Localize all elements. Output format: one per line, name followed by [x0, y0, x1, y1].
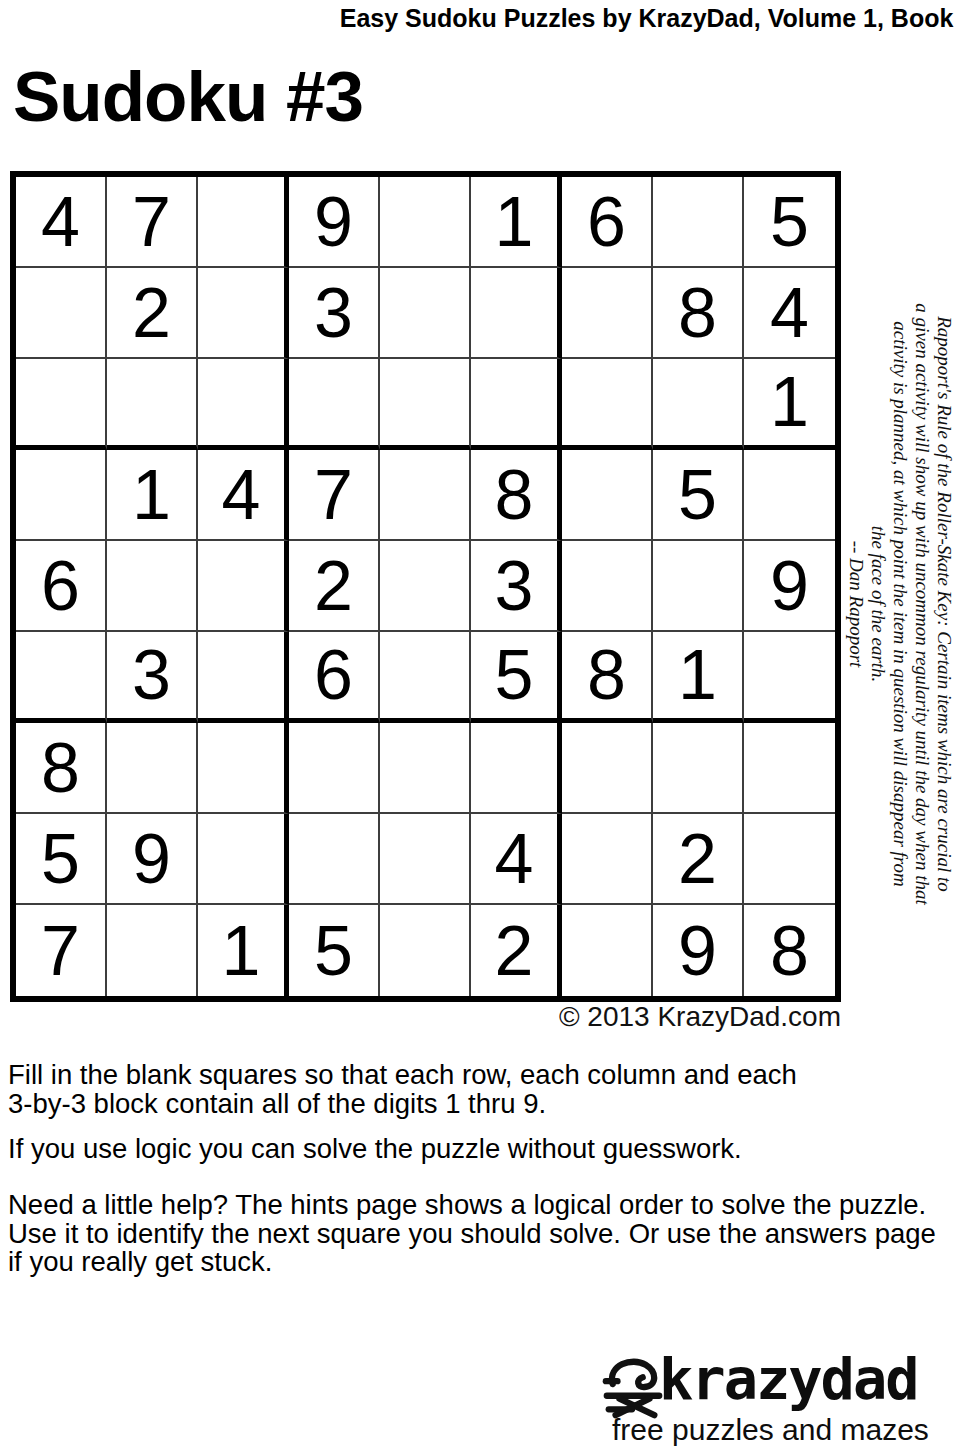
cell-r3c1[interactable] — [16, 359, 107, 450]
cell-r4c2[interactable]: 1 — [107, 450, 198, 541]
krazydad-logo-text: krazydad — [659, 1347, 918, 1411]
cell-r3c5[interactable] — [380, 359, 471, 450]
cell-r3c8[interactable] — [653, 359, 744, 450]
cell-r8c9[interactable] — [744, 814, 835, 905]
cell-r6c1[interactable] — [16, 632, 107, 723]
cell-r8c7[interactable] — [562, 814, 653, 905]
cell-r7c3[interactable] — [198, 723, 289, 814]
cell-r9c5[interactable] — [380, 905, 471, 996]
cell-r1c4[interactable]: 9 — [289, 177, 380, 268]
cell-r8c5[interactable] — [380, 814, 471, 905]
cell-r7c9[interactable] — [744, 723, 835, 814]
krazydad-stick-figure-icon — [599, 1355, 667, 1419]
cell-r4c5[interactable] — [380, 450, 471, 541]
sudoku-board: 479165238411478562393658185942715298 — [10, 171, 841, 1002]
cell-r7c6[interactable] — [471, 723, 562, 814]
cell-r8c2[interactable]: 9 — [107, 814, 198, 905]
cell-r8c1[interactable]: 5 — [16, 814, 107, 905]
cell-r4c8[interactable]: 5 — [653, 450, 744, 541]
cell-r1c3[interactable] — [198, 177, 289, 268]
cell-r5c6[interactable]: 3 — [471, 541, 562, 632]
cell-r5c8[interactable] — [653, 541, 744, 632]
cell-r1c2[interactable]: 7 — [107, 177, 198, 268]
cell-r5c7[interactable] — [562, 541, 653, 632]
cell-r8c6[interactable]: 4 — [471, 814, 562, 905]
cell-r7c7[interactable] — [562, 723, 653, 814]
cell-r7c4[interactable] — [289, 723, 380, 814]
cell-r1c1[interactable]: 4 — [16, 177, 107, 268]
cell-r5c4[interactable]: 2 — [289, 541, 380, 632]
cell-r8c4[interactable] — [289, 814, 380, 905]
book-title: Easy Sudoku Puzzles by KrazyDad, Volume … — [340, 4, 960, 33]
cell-r7c1[interactable]: 8 — [16, 723, 107, 814]
cell-r6c7[interactable]: 8 — [562, 632, 653, 723]
cell-r4c3[interactable]: 4 — [198, 450, 289, 541]
cell-r2c4[interactable]: 3 — [289, 268, 380, 359]
cell-r2c2[interactable]: 2 — [107, 268, 198, 359]
sudoku-page: Easy Sudoku Puzzles by KrazyDad, Volume … — [0, 0, 960, 1452]
cell-r7c5[interactable] — [380, 723, 471, 814]
cell-r3c6[interactable] — [471, 359, 562, 450]
cell-r5c2[interactable] — [107, 541, 198, 632]
cell-r5c9[interactable]: 9 — [744, 541, 835, 632]
cell-r2c8[interactable]: 8 — [653, 268, 744, 359]
cell-r2c9[interactable]: 4 — [744, 268, 835, 359]
cell-r9c4[interactable]: 5 — [289, 905, 380, 996]
copyright-notice: © 2013 KrazyDad.com — [10, 1001, 841, 1033]
cell-r9c3[interactable]: 1 — [198, 905, 289, 996]
cell-r6c6[interactable]: 5 — [471, 632, 562, 723]
cell-r2c7[interactable] — [562, 268, 653, 359]
cell-r3c7[interactable] — [562, 359, 653, 450]
instructions-logic: If you use logic you can solve the puzzl… — [8, 1135, 742, 1164]
cell-r6c3[interactable] — [198, 632, 289, 723]
cell-r1c7[interactable]: 6 — [562, 177, 653, 268]
margin-quote: Rapoport's Rule of the Roller-Skate Key:… — [845, 258, 955, 950]
cell-r4c7[interactable] — [562, 450, 653, 541]
cell-r8c3[interactable] — [198, 814, 289, 905]
cell-r3c3[interactable] — [198, 359, 289, 450]
cell-r9c6[interactable]: 2 — [471, 905, 562, 996]
cell-r9c8[interactable]: 9 — [653, 905, 744, 996]
instructions-hints: Need a little help? The hints page shows… — [8, 1191, 936, 1277]
cell-r3c2[interactable] — [107, 359, 198, 450]
cell-r9c1[interactable]: 7 — [16, 905, 107, 996]
cell-r7c2[interactable] — [107, 723, 198, 814]
cell-r5c3[interactable] — [198, 541, 289, 632]
cell-r8c8[interactable]: 2 — [653, 814, 744, 905]
cell-r6c2[interactable]: 3 — [107, 632, 198, 723]
cell-r6c9[interactable] — [744, 632, 835, 723]
cell-r1c6[interactable]: 1 — [471, 177, 562, 268]
instructions-rules: Fill in the blank squares so that each r… — [8, 1061, 797, 1118]
cell-r4c6[interactable]: 8 — [471, 450, 562, 541]
krazydad-tagline: free puzzles and mazes — [612, 1414, 929, 1446]
cell-r2c6[interactable] — [471, 268, 562, 359]
cell-r3c9[interactable]: 1 — [744, 359, 835, 450]
cell-r2c5[interactable] — [380, 268, 471, 359]
cell-r9c7[interactable] — [562, 905, 653, 996]
cell-r4c1[interactable] — [16, 450, 107, 541]
cell-r7c8[interactable] — [653, 723, 744, 814]
cell-r5c1[interactable]: 6 — [16, 541, 107, 632]
cell-r9c2[interactable] — [107, 905, 198, 996]
cell-r5c5[interactable] — [380, 541, 471, 632]
cell-r3c4[interactable] — [289, 359, 380, 450]
puzzle-title: Sudoku #3 — [13, 56, 363, 137]
cell-r1c8[interactable] — [653, 177, 744, 268]
cell-r1c5[interactable] — [380, 177, 471, 268]
cell-r6c4[interactable]: 6 — [289, 632, 380, 723]
cell-r1c9[interactable]: 5 — [744, 177, 835, 268]
cell-r6c5[interactable] — [380, 632, 471, 723]
cell-r4c9[interactable] — [744, 450, 835, 541]
cell-r6c8[interactable]: 1 — [653, 632, 744, 723]
cell-r9c9[interactable]: 8 — [744, 905, 835, 996]
cell-r4c4[interactable]: 7 — [289, 450, 380, 541]
cell-r2c1[interactable] — [16, 268, 107, 359]
cell-r2c3[interactable] — [198, 268, 289, 359]
